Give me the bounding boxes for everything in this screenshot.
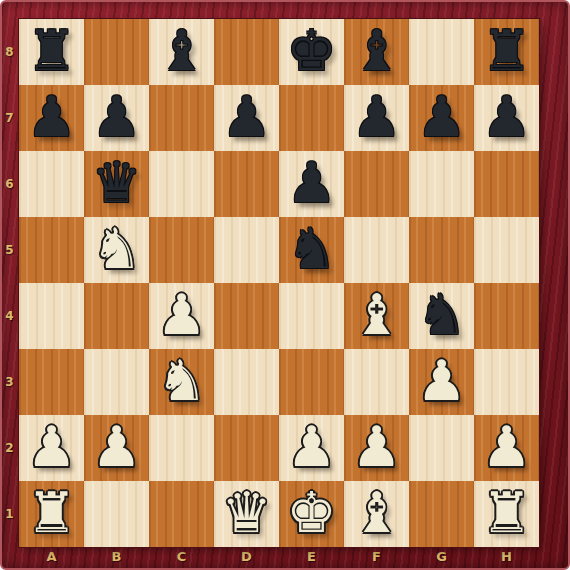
square-a6[interactable] — [19, 151, 84, 217]
piece-white-pawn-a2[interactable]: ♟ — [19, 415, 84, 481]
square-f7[interactable]: ♟ — [344, 85, 409, 151]
square-g5[interactable] — [409, 217, 474, 283]
piece-white-queen-d1[interactable]: ♛ — [214, 481, 279, 547]
file-labels: ABCDEFGH — [19, 547, 539, 566]
square-d2[interactable] — [214, 415, 279, 481]
piece-black-pawn-g7[interactable]: ♟ — [409, 85, 474, 151]
square-a8[interactable]: ♜ — [19, 19, 84, 85]
rank-label-8: 8 — [0, 19, 19, 85]
file-label-c: C — [149, 547, 214, 566]
square-g3[interactable]: ♟ — [409, 349, 474, 415]
piece-black-rook-h8[interactable]: ♜ — [474, 19, 539, 85]
square-a7[interactable]: ♟ — [19, 85, 84, 151]
piece-white-bishop-f1[interactable]: ♝ — [344, 481, 409, 547]
piece-white-pawn-f2[interactable]: ♟ — [344, 415, 409, 481]
square-f1[interactable]: ♝ — [344, 481, 409, 547]
piece-white-rook-a1[interactable]: ♜ — [19, 481, 84, 547]
square-e7[interactable] — [279, 85, 344, 151]
square-h4[interactable] — [474, 283, 539, 349]
rank-label-5: 5 — [0, 217, 19, 283]
piece-black-pawn-a7[interactable]: ♟ — [19, 85, 84, 151]
square-e8[interactable]: ♚ — [279, 19, 344, 85]
square-d4[interactable] — [214, 283, 279, 349]
piece-white-knight-b5[interactable]: ♞ — [84, 217, 149, 283]
square-e6[interactable]: ♟ — [279, 151, 344, 217]
square-c3[interactable]: ♞ — [149, 349, 214, 415]
square-h8[interactable]: ♜ — [474, 19, 539, 85]
square-b4[interactable] — [84, 283, 149, 349]
piece-black-rook-a8[interactable]: ♜ — [19, 19, 84, 85]
square-c2[interactable] — [149, 415, 214, 481]
square-g6[interactable] — [409, 151, 474, 217]
square-c8[interactable]: ♝ — [149, 19, 214, 85]
square-c4[interactable]: ♟ — [149, 283, 214, 349]
square-g1[interactable] — [409, 481, 474, 547]
square-a1[interactable]: ♜ — [19, 481, 84, 547]
square-d5[interactable] — [214, 217, 279, 283]
square-d8[interactable] — [214, 19, 279, 85]
square-h3[interactable] — [474, 349, 539, 415]
rank-label-6: 6 — [0, 151, 19, 217]
piece-black-pawn-e6[interactable]: ♟ — [279, 151, 344, 217]
rank-label-3: 3 — [0, 349, 19, 415]
square-c7[interactable] — [149, 85, 214, 151]
square-f4[interactable]: ♝ — [344, 283, 409, 349]
square-e2[interactable]: ♟ — [279, 415, 344, 481]
square-c5[interactable] — [149, 217, 214, 283]
square-c6[interactable] — [149, 151, 214, 217]
square-d1[interactable]: ♛ — [214, 481, 279, 547]
file-label-b: B — [84, 547, 149, 566]
file-label-d: D — [214, 547, 279, 566]
square-h5[interactable] — [474, 217, 539, 283]
piece-black-bishop-f8[interactable]: ♝ — [344, 19, 409, 85]
square-h1[interactable]: ♜ — [474, 481, 539, 547]
square-h6[interactable] — [474, 151, 539, 217]
rank-label-4: 4 — [0, 283, 19, 349]
square-b3[interactable] — [84, 349, 149, 415]
square-f3[interactable] — [344, 349, 409, 415]
chessboard-screenshot: 87654321 ABCDEFGH ♜♝♚♝♜♟♟♟♟♟♟♛♟♞♞♟♝♞♞♟♟♟… — [0, 0, 570, 570]
piece-black-pawn-f7[interactable]: ♟ — [344, 85, 409, 151]
piece-black-knight-g4[interactable]: ♞ — [409, 283, 474, 349]
square-e4[interactable] — [279, 283, 344, 349]
square-a4[interactable] — [19, 283, 84, 349]
square-e3[interactable] — [279, 349, 344, 415]
piece-white-knight-c3[interactable]: ♞ — [149, 349, 214, 415]
square-h2[interactable]: ♟ — [474, 415, 539, 481]
square-b5[interactable]: ♞ — [84, 217, 149, 283]
square-a3[interactable] — [19, 349, 84, 415]
piece-white-king-e1[interactable]: ♚ — [279, 481, 344, 547]
square-a2[interactable]: ♟ — [19, 415, 84, 481]
file-label-a: A — [19, 547, 84, 566]
square-b1[interactable] — [84, 481, 149, 547]
file-label-g: G — [409, 547, 474, 566]
square-d6[interactable] — [214, 151, 279, 217]
piece-black-queen-b6[interactable]: ♛ — [84, 151, 149, 217]
rank-label-7: 7 — [0, 85, 19, 151]
piece-white-rook-h1[interactable]: ♜ — [474, 481, 539, 547]
square-e5[interactable]: ♞ — [279, 217, 344, 283]
piece-white-pawn-c4[interactable]: ♟ — [149, 283, 214, 349]
square-b6[interactable]: ♛ — [84, 151, 149, 217]
square-a5[interactable] — [19, 217, 84, 283]
square-c1[interactable] — [149, 481, 214, 547]
square-f8[interactable]: ♝ — [344, 19, 409, 85]
rank-label-1: 1 — [0, 481, 19, 547]
square-f2[interactable]: ♟ — [344, 415, 409, 481]
square-d3[interactable] — [214, 349, 279, 415]
square-d7[interactable]: ♟ — [214, 85, 279, 151]
piece-black-pawn-h7[interactable]: ♟ — [474, 85, 539, 151]
file-label-f: F — [344, 547, 409, 566]
rank-label-2: 2 — [0, 415, 19, 481]
square-g4[interactable]: ♞ — [409, 283, 474, 349]
piece-black-king-e8[interactable]: ♚ — [279, 19, 344, 85]
piece-black-pawn-d7[interactable]: ♟ — [214, 85, 279, 151]
piece-white-pawn-h2[interactable]: ♟ — [474, 415, 539, 481]
piece-white-pawn-b2[interactable]: ♟ — [84, 415, 149, 481]
file-label-h: H — [474, 547, 539, 566]
rank-labels: 87654321 — [0, 19, 19, 547]
square-g2[interactable] — [409, 415, 474, 481]
square-b7[interactable]: ♟ — [84, 85, 149, 151]
square-h7[interactable]: ♟ — [474, 85, 539, 151]
piece-white-pawn-g3[interactable]: ♟ — [409, 349, 474, 415]
square-f6[interactable] — [344, 151, 409, 217]
square-e1[interactable]: ♚ — [279, 481, 344, 547]
piece-black-knight-e5[interactable]: ♞ — [279, 217, 344, 283]
file-label-e: E — [279, 547, 344, 566]
square-b8[interactable] — [84, 19, 149, 85]
piece-white-pawn-e2[interactable]: ♟ — [279, 415, 344, 481]
piece-black-pawn-b7[interactable]: ♟ — [84, 85, 149, 151]
piece-white-bishop-f4[interactable]: ♝ — [344, 283, 409, 349]
chess-board: ♜♝♚♝♜♟♟♟♟♟♟♛♟♞♞♟♝♞♞♟♟♟♟♟♟♜♛♚♝♜ — [19, 19, 539, 547]
square-g8[interactable] — [409, 19, 474, 85]
square-f5[interactable] — [344, 217, 409, 283]
square-b2[interactable]: ♟ — [84, 415, 149, 481]
piece-black-bishop-c8[interactable]: ♝ — [149, 19, 214, 85]
square-g7[interactable]: ♟ — [409, 85, 474, 151]
